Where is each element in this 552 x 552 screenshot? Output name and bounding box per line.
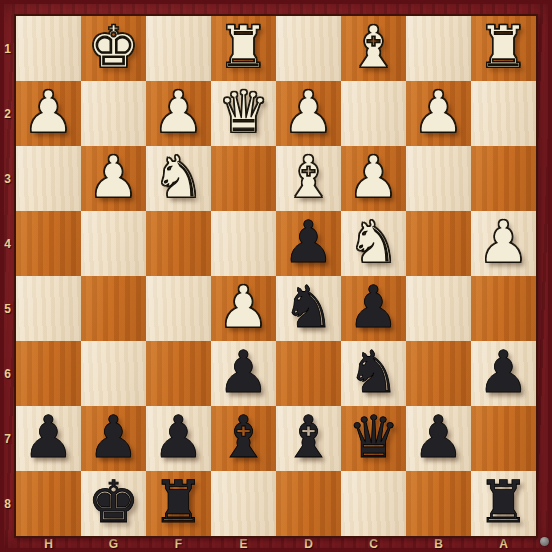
square-g4[interactable] [81,211,146,276]
chess-board: ♚♜♝♜♟♟♛♟♟♟♞♝♟♟♞♟♟♞♟♟♞♟♟♟♟♝♝♛♟♚♜♜ [14,14,538,538]
square-d4[interactable]: ♟ [276,211,341,276]
square-c8[interactable] [341,471,406,536]
square-f5[interactable] [146,276,211,341]
square-d8[interactable] [276,471,341,536]
rank-label-1: 1 [0,16,15,81]
piece-black-pawn-b7[interactable]: ♟ [406,406,471,471]
square-a6[interactable]: ♟ [471,341,536,406]
square-e3[interactable] [211,146,276,211]
square-h7[interactable]: ♟ [16,406,81,471]
piece-black-pawn-c5[interactable]: ♟ [341,276,406,341]
square-g1[interactable]: ♚ [81,16,146,81]
square-d7[interactable]: ♝ [276,406,341,471]
piece-black-king-g8[interactable]: ♚ [81,471,146,536]
square-d1[interactable] [276,16,341,81]
rank-label-6: 6 [0,341,15,406]
piece-white-knight-f3[interactable]: ♞ [146,146,211,211]
square-c7[interactable]: ♛ [341,406,406,471]
square-e6[interactable]: ♟ [211,341,276,406]
square-e2[interactable]: ♛ [211,81,276,146]
piece-black-bishop-d7[interactable]: ♝ [276,406,341,471]
square-h6[interactable] [16,341,81,406]
square-a7[interactable] [471,406,536,471]
rank-labels: 12345678 [0,16,15,536]
square-b4[interactable] [406,211,471,276]
piece-white-queen-e2[interactable]: ♛ [211,81,276,146]
square-h4[interactable] [16,211,81,276]
piece-white-pawn-d2[interactable]: ♟ [276,81,341,146]
piece-white-bishop-d3[interactable]: ♝ [276,146,341,211]
square-b7[interactable]: ♟ [406,406,471,471]
square-b8[interactable] [406,471,471,536]
piece-black-rook-f8[interactable]: ♜ [146,471,211,536]
piece-black-pawn-f7[interactable]: ♟ [146,406,211,471]
square-f8[interactable]: ♜ [146,471,211,536]
square-g2[interactable] [81,81,146,146]
square-c5[interactable]: ♟ [341,276,406,341]
square-c1[interactable]: ♝ [341,16,406,81]
square-c6[interactable]: ♞ [341,341,406,406]
square-d5[interactable]: ♞ [276,276,341,341]
square-h8[interactable] [16,471,81,536]
square-h3[interactable] [16,146,81,211]
square-b2[interactable]: ♟ [406,81,471,146]
piece-black-knight-d5[interactable]: ♞ [276,276,341,341]
piece-white-pawn-e5[interactable]: ♟ [211,276,276,341]
square-e1[interactable]: ♜ [211,16,276,81]
piece-black-pawn-a6[interactable]: ♟ [471,341,536,406]
square-d3[interactable]: ♝ [276,146,341,211]
piece-black-pawn-d4[interactable]: ♟ [276,211,341,276]
piece-black-queen-c7[interactable]: ♛ [341,406,406,471]
piece-white-pawn-f2[interactable]: ♟ [146,81,211,146]
piece-white-pawn-b2[interactable]: ♟ [406,81,471,146]
square-g3[interactable]: ♟ [81,146,146,211]
square-f4[interactable] [146,211,211,276]
square-g8[interactable]: ♚ [81,471,146,536]
square-h1[interactable] [16,16,81,81]
square-e7[interactable]: ♝ [211,406,276,471]
square-e5[interactable]: ♟ [211,276,276,341]
board-frame: 12345678 HGFEDCBA ♚♜♝♜♟♟♛♟♟♟♞♝♟♟♞♟♟♞♟♟♞♟… [0,0,552,552]
rank-label-8: 8 [0,471,15,536]
square-b6[interactable] [406,341,471,406]
square-f6[interactable] [146,341,211,406]
piece-white-knight-c4[interactable]: ♞ [341,211,406,276]
square-a5[interactable] [471,276,536,341]
square-h5[interactable] [16,276,81,341]
rank-label-2: 2 [0,81,15,146]
square-e4[interactable] [211,211,276,276]
square-a1[interactable]: ♜ [471,16,536,81]
piece-white-pawn-h2[interactable]: ♟ [16,81,81,146]
square-f1[interactable] [146,16,211,81]
square-g5[interactable] [81,276,146,341]
square-a4[interactable]: ♟ [471,211,536,276]
piece-white-pawn-c3[interactable]: ♟ [341,146,406,211]
square-a3[interactable] [471,146,536,211]
piece-black-rook-a8[interactable]: ♜ [471,471,536,536]
square-d2[interactable]: ♟ [276,81,341,146]
piece-black-pawn-e6[interactable]: ♟ [211,341,276,406]
rank-label-7: 7 [0,406,15,471]
rank-label-3: 3 [0,146,15,211]
square-b3[interactable] [406,146,471,211]
square-e8[interactable] [211,471,276,536]
square-g6[interactable] [81,341,146,406]
square-a8[interactable]: ♜ [471,471,536,536]
piece-black-pawn-g7[interactable]: ♟ [81,406,146,471]
square-a2[interactable] [471,81,536,146]
piece-black-knight-c6[interactable]: ♞ [341,341,406,406]
piece-white-pawn-a4[interactable]: ♟ [471,211,536,276]
square-d6[interactable] [276,341,341,406]
square-g7[interactable]: ♟ [81,406,146,471]
piece-white-rook-e1[interactable]: ♜ [211,16,276,81]
rank-label-4: 4 [0,211,15,276]
piece-white-bishop-c1[interactable]: ♝ [341,16,406,81]
square-c4[interactable]: ♞ [341,211,406,276]
piece-black-bishop-e7[interactable]: ♝ [211,406,276,471]
piece-white-king-g1[interactable]: ♚ [81,16,146,81]
square-b1[interactable] [406,16,471,81]
square-c2[interactable] [341,81,406,146]
corner-dot [540,537,549,546]
square-c3[interactable]: ♟ [341,146,406,211]
square-h2[interactable]: ♟ [16,81,81,146]
piece-white-rook-a1[interactable]: ♜ [471,16,536,81]
square-b5[interactable] [406,276,471,341]
rank-label-5: 5 [0,276,15,341]
square-f7[interactable]: ♟ [146,406,211,471]
square-f2[interactable]: ♟ [146,81,211,146]
square-f3[interactable]: ♞ [146,146,211,211]
piece-black-pawn-h7[interactable]: ♟ [16,406,81,471]
piece-white-pawn-g3[interactable]: ♟ [81,146,146,211]
